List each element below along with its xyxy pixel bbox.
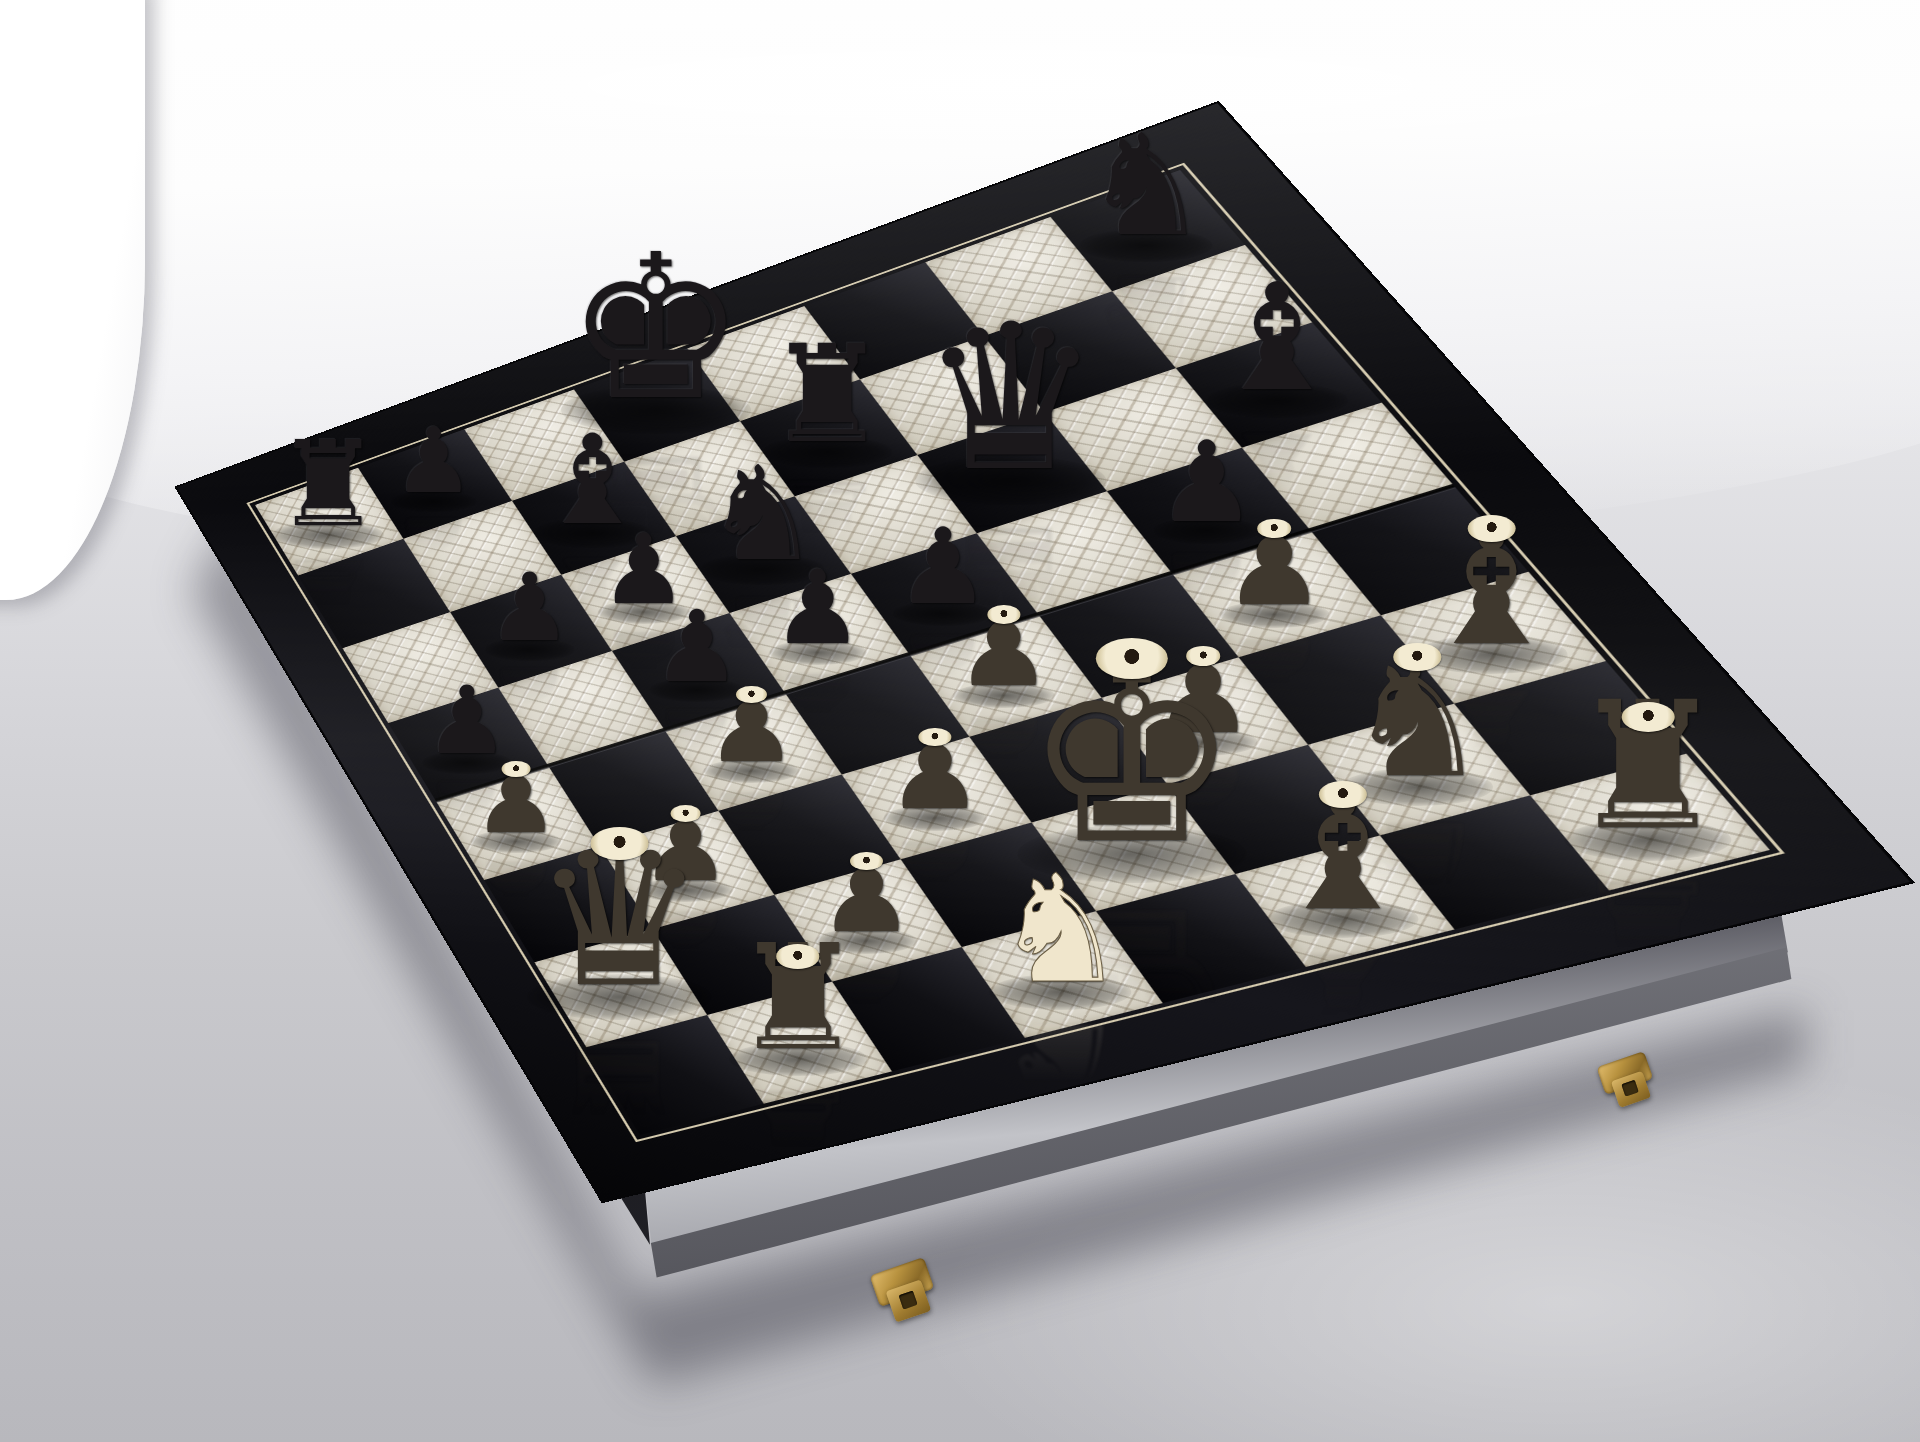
piece-reflection: ♟ (393, 505, 474, 595)
black-rook-glyph: ♜ (275, 425, 381, 543)
piece-reflection: ♞ (994, 1002, 1128, 1151)
bone-finial (1257, 519, 1292, 539)
bone-finial (1393, 643, 1441, 670)
bone-finial (590, 827, 648, 860)
black-pawn-glyph: ♟ (488, 561, 572, 655)
black-pawn-glyph: ♟ (393, 416, 474, 506)
piece-reflection: ♛ (533, 1012, 706, 1205)
piece-reflection: ♜ (275, 542, 381, 660)
black-pawn-glyph: ♟ (772, 557, 863, 659)
bone-finial (1096, 638, 1168, 679)
black-knight-glyph: ♞ (1083, 116, 1209, 256)
black-bishop-glyph: ♝ (1211, 264, 1344, 412)
bone-finial (736, 686, 767, 703)
bone-finial (776, 944, 820, 969)
bone-finial (502, 761, 531, 777)
bone-finial (1319, 781, 1367, 808)
black-king-glyph: ♚ (566, 228, 745, 428)
piece-reflection: ♞ (1083, 255, 1209, 395)
piece-reflection: ♝ (1272, 930, 1415, 1089)
piece-reflection: ♜ (733, 1069, 863, 1214)
bone-finial (1621, 702, 1674, 732)
black-queen-glyph: ♛ (920, 297, 1101, 499)
white-knight-glyph: ♞ (994, 855, 1128, 1004)
scene: ♜♜♟♟♚♚♞♞♝♝♜♜♟♟♟♟♞♞♛♛♝♝♟♟♟♟♟♟♟♟♟♟♟♟♟♟♟♟♟♟… (0, 0, 1920, 1442)
piece-reflection: ♜ (1569, 853, 1727, 1029)
